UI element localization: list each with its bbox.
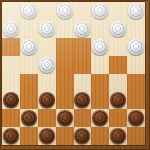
square-r2c4[interactable] <box>74 38 92 56</box>
square-r3c1[interactable] <box>20 56 38 74</box>
square-r4c7[interactable] <box>127 74 145 92</box>
square-r5c6[interactable] <box>109 91 127 109</box>
white-piece[interactable] <box>3 21 19 37</box>
black-piece[interactable] <box>57 110 73 126</box>
square-r7c4[interactable] <box>74 127 92 145</box>
square-r3c5[interactable] <box>91 56 109 74</box>
square-r5c0[interactable] <box>2 91 20 109</box>
square-r4c5[interactable] <box>91 74 109 92</box>
white-piece[interactable] <box>39 57 55 73</box>
checkers-app-window <box>0 0 150 150</box>
square-r7c5[interactable] <box>91 127 109 145</box>
square-r0c1[interactable] <box>20 2 38 20</box>
square-r5c5[interactable] <box>91 91 109 109</box>
square-r1c5[interactable] <box>91 20 109 38</box>
black-piece[interactable] <box>74 128 90 144</box>
square-r3c6[interactable] <box>109 56 127 74</box>
square-r1c0[interactable] <box>2 20 20 38</box>
square-r1c1[interactable] <box>20 20 38 38</box>
square-r4c3[interactable] <box>56 74 74 92</box>
square-r0c4[interactable] <box>74 2 92 20</box>
square-r7c0[interactable] <box>2 127 20 145</box>
black-piece[interactable] <box>92 110 108 126</box>
square-r2c2[interactable] <box>38 38 56 56</box>
black-piece[interactable] <box>3 92 19 108</box>
white-piece[interactable] <box>57 3 73 19</box>
white-piece[interactable] <box>128 39 144 55</box>
square-r0c2[interactable] <box>38 2 56 20</box>
white-piece[interactable] <box>92 3 108 19</box>
square-r4c2[interactable] <box>38 74 56 92</box>
square-r6c1[interactable] <box>20 109 38 127</box>
white-piece[interactable] <box>21 3 37 19</box>
square-r2c0[interactable] <box>2 38 20 56</box>
square-r2c5[interactable] <box>91 38 109 56</box>
black-piece[interactable] <box>39 92 55 108</box>
square-r0c5[interactable] <box>91 2 109 20</box>
black-piece[interactable] <box>74 92 90 108</box>
checkers-board <box>2 2 145 145</box>
white-piece[interactable] <box>92 39 108 55</box>
square-r3c2[interactable] <box>38 56 56 74</box>
square-r2c7[interactable] <box>127 38 145 56</box>
square-r1c7[interactable] <box>127 20 145 38</box>
square-r3c4[interactable] <box>74 56 92 74</box>
square-r5c4[interactable] <box>74 91 92 109</box>
square-r2c6[interactable] <box>109 38 127 56</box>
square-r0c3[interactable] <box>56 2 74 20</box>
square-r3c0[interactable] <box>2 56 20 74</box>
square-r3c7[interactable] <box>127 56 145 74</box>
black-piece[interactable] <box>110 92 126 108</box>
white-piece[interactable] <box>74 21 90 37</box>
square-r7c1[interactable] <box>20 127 38 145</box>
white-piece[interactable] <box>128 3 144 19</box>
square-r5c7[interactable] <box>127 91 145 109</box>
square-r7c7[interactable] <box>127 127 145 145</box>
square-r2c3[interactable] <box>56 38 74 56</box>
square-r0c0[interactable] <box>2 2 20 20</box>
square-r5c2[interactable] <box>38 91 56 109</box>
square-r1c3[interactable] <box>56 20 74 38</box>
square-r1c6[interactable] <box>109 20 127 38</box>
square-r6c0[interactable] <box>2 109 20 127</box>
square-r7c3[interactable] <box>56 127 74 145</box>
square-r4c4[interactable] <box>74 74 92 92</box>
square-r0c6[interactable] <box>109 2 127 20</box>
square-r6c7[interactable] <box>127 109 145 127</box>
square-r2c1[interactable] <box>20 38 38 56</box>
black-piece[interactable] <box>39 128 55 144</box>
square-r4c0[interactable] <box>2 74 20 92</box>
square-r7c2[interactable] <box>38 127 56 145</box>
square-r3c3[interactable] <box>56 56 74 74</box>
white-piece[interactable] <box>110 21 126 37</box>
square-r4c6[interactable] <box>109 74 127 92</box>
square-r6c5[interactable] <box>91 109 109 127</box>
black-piece[interactable] <box>21 110 37 126</box>
square-r6c6[interactable] <box>109 109 127 127</box>
square-r1c2[interactable] <box>38 20 56 38</box>
square-r4c1[interactable] <box>20 74 38 92</box>
black-piece[interactable] <box>110 128 126 144</box>
square-r5c1[interactable] <box>20 91 38 109</box>
square-r1c4[interactable] <box>74 20 92 38</box>
square-r6c2[interactable] <box>38 109 56 127</box>
square-r7c6[interactable] <box>109 127 127 145</box>
black-piece[interactable] <box>3 128 19 144</box>
square-r0c7[interactable] <box>127 2 145 20</box>
black-piece[interactable] <box>128 110 144 126</box>
white-piece[interactable] <box>39 21 55 37</box>
square-r6c3[interactable] <box>56 109 74 127</box>
square-r5c3[interactable] <box>56 91 74 109</box>
square-r6c4[interactable] <box>74 109 92 127</box>
white-piece[interactable] <box>21 39 37 55</box>
